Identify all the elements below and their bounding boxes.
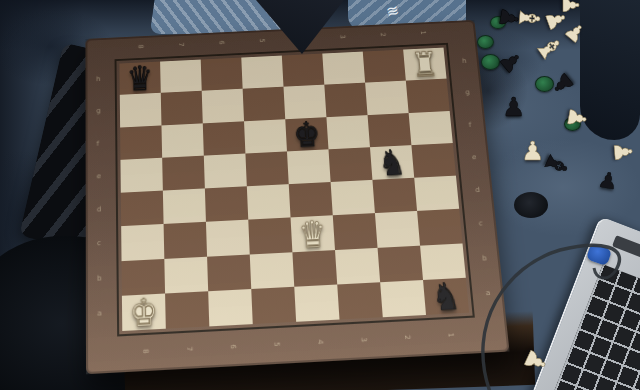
captured-piece-black-bishop-11: ♝ xyxy=(537,147,574,183)
felt-base-1 xyxy=(535,76,554,92)
captured-piece-white-pawn-2: ♟ xyxy=(559,0,581,15)
captured-piece-white-pawn-14: ♟ xyxy=(519,345,552,377)
felt-base-0 xyxy=(481,54,500,70)
captured-piece-white-bishop-3: ♝ xyxy=(530,30,569,68)
captured-piece-black-pawn-8: ♟ xyxy=(502,94,525,120)
captured-piece-white-pawn-10: ♟ xyxy=(521,138,544,164)
felt-base-3 xyxy=(477,35,494,49)
captured-piece-white-pawn-1: ♟ xyxy=(541,6,571,34)
felt-base-4 xyxy=(490,16,506,29)
captured-piece-white-pawn-4: ♟ xyxy=(560,18,589,48)
captured-piece-white-pawn-12: ♟ xyxy=(610,140,636,164)
felt-base-2 xyxy=(564,117,581,131)
captured-piece-white-bishop-0: ♝ xyxy=(514,4,544,31)
captured-pieces-area: ♝♟♟♝♟♟♟♟♟♟♟♝♟♟♟ xyxy=(0,0,640,390)
scene-photo-chess-table: ≋ ♛♜♚♞♛♚♞ 8877665544332211hhggffeeddccbb… xyxy=(0,0,640,390)
captured-piece-black-pawn-13: ♟ xyxy=(596,168,619,193)
